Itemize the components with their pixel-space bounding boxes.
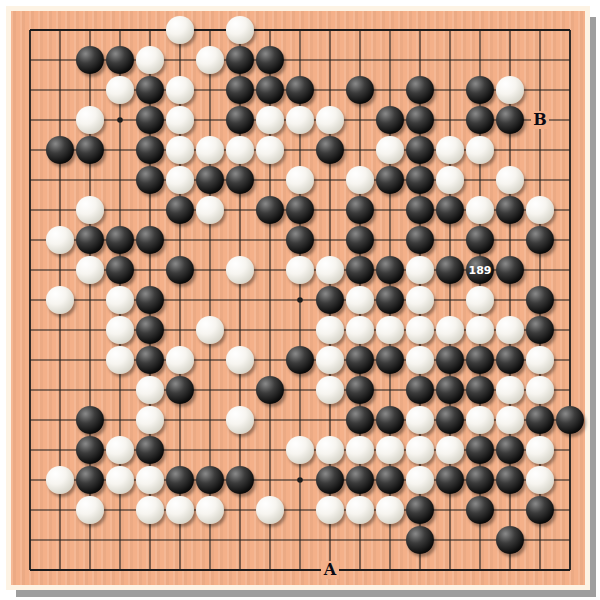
stone-white[interactable] xyxy=(526,196,554,224)
star-point xyxy=(297,477,303,483)
stone-black[interactable] xyxy=(406,526,434,554)
stone-black[interactable] xyxy=(496,106,524,134)
stone-white[interactable] xyxy=(136,376,164,404)
stone-white[interactable] xyxy=(166,496,194,524)
stone-black[interactable] xyxy=(466,226,494,254)
stone-white[interactable] xyxy=(436,316,464,344)
stone-white[interactable] xyxy=(166,106,194,134)
stone-black[interactable] xyxy=(136,226,164,254)
stone-black[interactable] xyxy=(376,406,404,434)
point-label-b: B xyxy=(531,111,549,129)
stone-black[interactable] xyxy=(376,256,404,284)
stone-black[interactable] xyxy=(136,76,164,104)
stone-black[interactable] xyxy=(196,166,224,194)
stone-white[interactable] xyxy=(76,196,104,224)
stone-black[interactable] xyxy=(256,76,284,104)
stone-black[interactable] xyxy=(136,106,164,134)
stone-black[interactable] xyxy=(76,466,104,494)
stone-black[interactable] xyxy=(346,406,374,434)
stone-black[interactable] xyxy=(346,76,374,104)
stone-white[interactable] xyxy=(346,316,374,344)
stone-black[interactable] xyxy=(196,466,224,494)
move-number-label: 189 xyxy=(469,265,492,276)
stone-white[interactable] xyxy=(436,136,464,164)
stone-white[interactable] xyxy=(46,226,74,254)
stone-black[interactable] xyxy=(226,106,254,134)
stone-white[interactable] xyxy=(406,436,434,464)
stone-white[interactable] xyxy=(106,346,134,374)
stone-black[interactable] xyxy=(136,436,164,464)
stone-black[interactable] xyxy=(346,256,374,284)
stone-white[interactable] xyxy=(526,466,554,494)
stone-black[interactable] xyxy=(256,46,284,74)
stone-black[interactable] xyxy=(346,226,374,254)
stone-black[interactable] xyxy=(496,256,524,284)
stone-black[interactable] xyxy=(256,376,284,404)
stone-white[interactable] xyxy=(286,436,314,464)
stone-black[interactable] xyxy=(346,466,374,494)
stone-black[interactable] xyxy=(406,496,434,524)
stone-black[interactable] xyxy=(526,316,554,344)
stone-black[interactable] xyxy=(76,226,104,254)
stone-white[interactable] xyxy=(256,136,284,164)
stone-black[interactable] xyxy=(436,406,464,434)
stone-black[interactable] xyxy=(496,436,524,464)
stone-white[interactable] xyxy=(226,136,254,164)
stone-black[interactable] xyxy=(136,136,164,164)
stone-black[interactable] xyxy=(466,346,494,374)
stone-black[interactable] xyxy=(106,226,134,254)
stone-black[interactable] xyxy=(406,76,434,104)
stone-white[interactable] xyxy=(316,106,344,134)
stone-black[interactable] xyxy=(436,466,464,494)
stone-black[interactable] xyxy=(76,406,104,434)
stone-black[interactable] xyxy=(526,286,554,314)
stone-white[interactable] xyxy=(106,76,134,104)
stone-white[interactable] xyxy=(376,136,404,164)
stone-black[interactable] xyxy=(346,346,374,374)
stone-white[interactable] xyxy=(46,466,74,494)
stone-black[interactable] xyxy=(466,76,494,104)
stone-black[interactable] xyxy=(286,196,314,224)
point-label-a: A xyxy=(321,561,339,579)
stone-black[interactable] xyxy=(316,136,344,164)
stone-black[interactable] xyxy=(376,106,404,134)
stone-black[interactable] xyxy=(376,166,404,194)
stone-white[interactable] xyxy=(406,346,434,374)
stone-white[interactable] xyxy=(466,406,494,434)
stone-white[interactable] xyxy=(376,436,404,464)
star-point xyxy=(117,117,123,123)
stone-black[interactable] xyxy=(346,376,374,404)
stone-black[interactable] xyxy=(496,346,524,374)
stone-white[interactable] xyxy=(526,436,554,464)
stone-white[interactable] xyxy=(196,196,224,224)
stone-black[interactable] xyxy=(496,466,524,494)
stone-black[interactable] xyxy=(286,226,314,254)
stone-black[interactable] xyxy=(76,46,104,74)
star-point xyxy=(297,297,303,303)
stone-white[interactable] xyxy=(376,316,404,344)
stone-black[interactable] xyxy=(496,526,524,554)
stone-white[interactable] xyxy=(166,16,194,44)
stone-black[interactable] xyxy=(286,76,314,104)
stone-white[interactable] xyxy=(466,136,494,164)
stone-white[interactable] xyxy=(256,106,284,134)
stone-black[interactable] xyxy=(346,196,374,224)
stone-black[interactable] xyxy=(406,226,434,254)
stone-black[interactable] xyxy=(436,346,464,374)
stone-white[interactable] xyxy=(286,256,314,284)
stone-white[interactable] xyxy=(166,76,194,104)
stone-white[interactable] xyxy=(346,286,374,314)
stone-black[interactable] xyxy=(526,496,554,524)
stone-white[interactable] xyxy=(226,346,254,374)
stone-white[interactable] xyxy=(166,166,194,194)
stone-white[interactable] xyxy=(436,436,464,464)
stone-white[interactable] xyxy=(166,136,194,164)
stone-black[interactable] xyxy=(286,346,314,374)
stone-black[interactable] xyxy=(466,106,494,134)
stone-black[interactable] xyxy=(436,376,464,404)
stone-white[interactable] xyxy=(376,496,404,524)
stone-white[interactable] xyxy=(256,496,284,524)
stone-white[interactable] xyxy=(196,46,224,74)
stone-white[interactable] xyxy=(196,316,224,344)
stone-white[interactable] xyxy=(76,256,104,284)
stone-white[interactable] xyxy=(346,496,374,524)
stone-black[interactable] xyxy=(496,196,524,224)
stone-white[interactable] xyxy=(136,46,164,74)
stone-black[interactable] xyxy=(316,466,344,494)
stone-white[interactable] xyxy=(286,106,314,134)
stone-white[interactable] xyxy=(316,316,344,344)
stone-black[interactable] xyxy=(226,466,254,494)
stone-white[interactable] xyxy=(496,376,524,404)
stone-white[interactable] xyxy=(286,166,314,194)
stone-black[interactable] xyxy=(316,286,344,314)
stone-black[interactable] xyxy=(136,316,164,344)
stone-white[interactable] xyxy=(406,316,434,344)
stone-white[interactable] xyxy=(526,346,554,374)
stone-white[interactable] xyxy=(196,496,224,524)
stone-black[interactable] xyxy=(436,256,464,284)
stone-black[interactable] xyxy=(136,166,164,194)
stone-white[interactable] xyxy=(196,136,224,164)
stone-black[interactable] xyxy=(466,466,494,494)
stone-white[interactable] xyxy=(406,406,434,434)
stone-black[interactable] xyxy=(166,196,194,224)
stone-white[interactable] xyxy=(436,166,464,194)
stone-black[interactable] xyxy=(466,376,494,404)
stone-white[interactable] xyxy=(406,466,434,494)
stone-black[interactable] xyxy=(226,76,254,104)
stone-white[interactable] xyxy=(466,286,494,314)
stone-white[interactable] xyxy=(496,406,524,434)
stone-black[interactable] xyxy=(46,136,74,164)
stone-white[interactable] xyxy=(316,376,344,404)
stone-black[interactable] xyxy=(466,496,494,524)
stone-white[interactable] xyxy=(406,256,434,284)
stone-black[interactable] xyxy=(526,226,554,254)
stone-white[interactable] xyxy=(226,16,254,44)
stone-white[interactable] xyxy=(526,376,554,404)
stone-black[interactable] xyxy=(106,46,134,74)
stone-white[interactable] xyxy=(226,406,254,434)
stone-white[interactable] xyxy=(316,496,344,524)
stone-white[interactable] xyxy=(76,496,104,524)
stone-black[interactable] xyxy=(376,466,404,494)
stone-white[interactable] xyxy=(496,76,524,104)
stone-black[interactable] xyxy=(226,46,254,74)
stone-black[interactable] xyxy=(136,286,164,314)
stone-black[interactable] xyxy=(406,106,434,134)
stone-white[interactable] xyxy=(346,436,374,464)
stone-white[interactable] xyxy=(316,346,344,374)
stone-white[interactable] xyxy=(136,406,164,434)
stone-black[interactable] xyxy=(76,436,104,464)
stone-black[interactable] xyxy=(226,166,254,194)
stone-black[interactable] xyxy=(406,166,434,194)
stone-white[interactable] xyxy=(106,316,134,344)
stone-white[interactable] xyxy=(406,286,434,314)
stone-black[interactable] xyxy=(466,436,494,464)
stone-white[interactable] xyxy=(106,466,134,494)
stone-white[interactable] xyxy=(316,256,344,284)
stone-black[interactable] xyxy=(376,286,404,314)
stone-white[interactable] xyxy=(316,436,344,464)
stone-black[interactable] xyxy=(166,376,194,404)
stone-black[interactable]: 189 xyxy=(466,256,494,284)
stone-black[interactable] xyxy=(436,196,464,224)
stone-black[interactable] xyxy=(76,136,104,164)
stone-white[interactable] xyxy=(76,106,104,134)
stone-black[interactable] xyxy=(406,196,434,224)
stone-black[interactable] xyxy=(166,256,194,284)
stone-white[interactable] xyxy=(496,166,524,194)
stone-white[interactable] xyxy=(226,256,254,284)
stone-white[interactable] xyxy=(106,286,134,314)
stone-white[interactable] xyxy=(166,346,194,374)
stone-white[interactable] xyxy=(466,196,494,224)
stone-black[interactable] xyxy=(406,136,434,164)
stone-black[interactable] xyxy=(406,376,434,404)
stone-white[interactable] xyxy=(346,166,374,194)
stone-black[interactable] xyxy=(376,346,404,374)
stone-white[interactable] xyxy=(106,436,134,464)
go-game-screenshot: 189AB xyxy=(0,0,600,600)
stone-white[interactable] xyxy=(136,466,164,494)
stone-black[interactable] xyxy=(556,406,584,434)
stone-black[interactable] xyxy=(106,256,134,284)
stone-white[interactable] xyxy=(496,316,524,344)
stone-white[interactable] xyxy=(466,316,494,344)
stone-black[interactable] xyxy=(526,406,554,434)
stone-black[interactable] xyxy=(166,466,194,494)
stone-white[interactable] xyxy=(136,496,164,524)
stone-white[interactable] xyxy=(46,286,74,314)
stone-black[interactable] xyxy=(256,196,284,224)
stone-black[interactable] xyxy=(136,346,164,374)
